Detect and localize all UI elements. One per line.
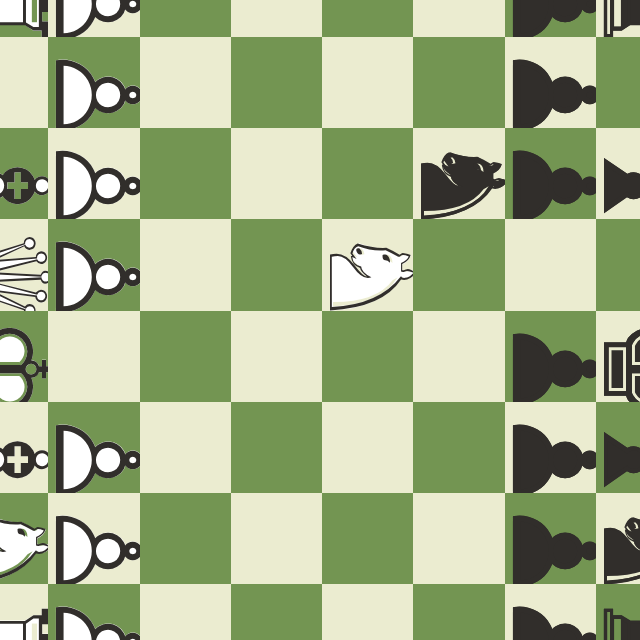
pawn-icon: ♟ (51, 224, 142, 315)
square-c6[interactable]: ♞♘ (413, 128, 504, 219)
square-d7[interactable] (505, 219, 596, 310)
black-bishop-c8[interactable]: ♝♗ (596, 128, 640, 219)
square-c8[interactable]: ♝♗ (596, 128, 640, 219)
knight-outline-icon: ♘ (599, 498, 640, 589)
square-e1[interactable]: ♚♔ (0, 311, 48, 402)
bishop-outline-icon: ♗ (599, 133, 640, 224)
square-h7[interactable]: ♟♙ (505, 584, 596, 640)
square-f3[interactable] (140, 402, 231, 493)
pawn-icon: ♟ (51, 0, 142, 42)
square-d5[interactable]: ♞♘ (322, 219, 413, 310)
square-g3[interactable] (140, 493, 231, 584)
knight-icon: ♞ (416, 133, 507, 224)
pawn-outline-icon: ♙ (508, 498, 599, 589)
pawn-icon: ♟ (51, 42, 142, 133)
king-outline-icon: ♔ (599, 316, 640, 407)
white-pawn-a2[interactable]: ♟♙ (48, 0, 139, 37)
black-rook-a8[interactable]: ♜♖ (596, 0, 640, 37)
square-c4[interactable] (231, 128, 322, 219)
black-king-e8[interactable]: ♚♔ (596, 311, 640, 402)
square-g8[interactable]: ♞♘ (596, 493, 640, 584)
rook-outline-icon: ♖ (0, 0, 51, 42)
pawn-icon: ♟ (508, 498, 599, 589)
square-b1[interactable] (0, 37, 48, 128)
square-e6[interactable] (413, 311, 504, 402)
white-rook-h1[interactable]: ♜♖ (0, 584, 48, 640)
black-pawn-b7[interactable]: ♟♙ (505, 37, 596, 128)
pawn-outline-icon: ♙ (508, 0, 599, 42)
square-b6[interactable] (413, 37, 504, 128)
rook-outline-icon: ♖ (0, 589, 51, 640)
white-pawn-f2[interactable]: ♟♙ (48, 402, 139, 493)
board-viewport: ♜♖♟♙♟♙♜♖♟♙♟♙♝♗♟♙♞♘♟♙♝♗♛♕♟♙♞♘♚♔♟♙♚♔♝♗♟♙♟♙… (0, 0, 640, 640)
king-icon: ♚ (0, 316, 51, 407)
black-pawn-c7[interactable]: ♟♙ (505, 128, 596, 219)
white-pawn-h2[interactable]: ♟♙ (48, 584, 139, 640)
rook-icon: ♜ (599, 0, 640, 42)
square-g2[interactable]: ♟♙ (48, 493, 139, 584)
pawn-icon: ♟ (508, 42, 599, 133)
pawn-outline-icon: ♙ (508, 407, 599, 498)
pawn-outline-icon: ♙ (508, 316, 599, 407)
square-e7[interactable]: ♟♙ (505, 311, 596, 402)
square-b4[interactable] (231, 37, 322, 128)
square-c2[interactable]: ♟♙ (48, 128, 139, 219)
square-d4[interactable] (231, 219, 322, 310)
square-b7[interactable]: ♟♙ (505, 37, 596, 128)
black-knight-g8[interactable]: ♞♘ (596, 493, 640, 584)
pawn-icon: ♟ (508, 316, 599, 407)
square-f8[interactable]: ♝♗ (596, 402, 640, 493)
square-f7[interactable]: ♟♙ (505, 402, 596, 493)
square-h5[interactable] (322, 584, 413, 640)
black-rook-h8[interactable]: ♜♖ (596, 584, 640, 640)
square-h1[interactable]: ♜♖ (0, 584, 48, 640)
square-g5[interactable] (322, 493, 413, 584)
square-e8[interactable]: ♚♔ (596, 311, 640, 402)
pawn-outline-icon: ♙ (51, 224, 142, 315)
pawn-outline-icon: ♙ (508, 133, 599, 224)
black-knight-c6[interactable]: ♞♘ (413, 128, 504, 219)
rook-icon: ♜ (0, 589, 51, 640)
square-c5[interactable] (322, 128, 413, 219)
pawn-outline-icon: ♙ (51, 42, 142, 133)
square-h4[interactable] (231, 584, 322, 640)
square-a4[interactable] (231, 0, 322, 37)
square-g6[interactable] (413, 493, 504, 584)
bishop-icon: ♝ (0, 133, 51, 224)
pawn-outline-icon: ♙ (508, 589, 599, 640)
square-a8[interactable]: ♜♖ (596, 0, 640, 37)
square-b3[interactable] (140, 37, 231, 128)
square-d6[interactable] (413, 219, 504, 310)
square-a3[interactable] (140, 0, 231, 37)
square-d3[interactable] (140, 219, 231, 310)
knight-icon: ♞ (0, 498, 51, 589)
black-pawn-f7[interactable]: ♟♙ (505, 402, 596, 493)
square-a2[interactable]: ♟♙ (48, 0, 139, 37)
queen-icon: ♛ (0, 224, 51, 315)
pawn-icon: ♟ (508, 0, 599, 42)
square-f5[interactable] (322, 402, 413, 493)
square-e4[interactable] (231, 311, 322, 402)
square-a7[interactable]: ♟♙ (505, 0, 596, 37)
rook-icon: ♜ (0, 0, 51, 42)
bishop-icon: ♝ (599, 133, 640, 224)
chess-board: ♜♖♟♙♟♙♜♖♟♙♟♙♝♗♟♙♞♘♟♙♝♗♛♕♟♙♞♘♚♔♟♙♚♔♝♗♟♙♟♙… (0, 0, 640, 640)
black-bishop-f8[interactable]: ♝♗ (596, 402, 640, 493)
white-knight-d5[interactable]: ♞♘ (322, 219, 413, 310)
pawn-outline-icon: ♙ (51, 589, 142, 640)
bishop-outline-icon: ♗ (599, 407, 640, 498)
square-f6[interactable] (413, 402, 504, 493)
bishop-icon: ♝ (599, 407, 640, 498)
square-h8[interactable]: ♜♖ (596, 584, 640, 640)
pawn-icon: ♟ (508, 407, 599, 498)
square-d8[interactable] (596, 219, 640, 310)
square-a6[interactable] (413, 0, 504, 37)
white-queen-d1[interactable]: ♛♕ (0, 219, 48, 310)
white-rook-a1[interactable]: ♜♖ (0, 0, 48, 37)
white-king-e1[interactable]: ♚♔ (0, 311, 48, 402)
pawn-icon: ♟ (51, 498, 142, 589)
knight-icon: ♞ (599, 498, 640, 589)
white-bishop-c1[interactable]: ♝♗ (0, 128, 48, 219)
pawn-outline-icon: ♙ (508, 42, 599, 133)
square-g1[interactable]: ♞♘ (0, 493, 48, 584)
pawn-outline-icon: ♙ (51, 133, 142, 224)
bishop-icon: ♝ (0, 407, 51, 498)
square-d1[interactable]: ♛♕ (0, 219, 48, 310)
square-g4[interactable] (231, 493, 322, 584)
king-icon: ♚ (599, 316, 640, 407)
square-c7[interactable]: ♟♙ (505, 128, 596, 219)
pawn-icon: ♟ (51, 133, 142, 224)
square-a5[interactable] (322, 0, 413, 37)
square-b2[interactable]: ♟♙ (48, 37, 139, 128)
bishop-outline-icon: ♗ (0, 407, 51, 498)
square-h2[interactable]: ♟♙ (48, 584, 139, 640)
square-b8[interactable] (596, 37, 640, 128)
square-f4[interactable] (231, 402, 322, 493)
black-pawn-a7[interactable]: ♟♙ (505, 0, 596, 37)
square-h3[interactable] (140, 584, 231, 640)
pawn-icon: ♟ (508, 589, 599, 640)
queen-outline-icon: ♕ (0, 224, 51, 315)
white-pawn-b2[interactable]: ♟♙ (48, 37, 139, 128)
pawn-outline-icon: ♙ (51, 498, 142, 589)
rook-outline-icon: ♖ (599, 0, 640, 42)
white-pawn-d2[interactable]: ♟♙ (48, 219, 139, 310)
bishop-outline-icon: ♗ (0, 133, 51, 224)
knight-outline-icon: ♘ (0, 498, 51, 589)
white-knight-g1[interactable]: ♞♘ (0, 493, 48, 584)
pawn-icon: ♟ (51, 407, 142, 498)
rook-icon: ♜ (599, 589, 640, 640)
square-g7[interactable]: ♟♙ (505, 493, 596, 584)
white-pawn-c2[interactable]: ♟♙ (48, 128, 139, 219)
king-outline-icon: ♔ (0, 316, 51, 407)
square-e5[interactable] (322, 311, 413, 402)
black-pawn-g7[interactable]: ♟♙ (505, 493, 596, 584)
pawn-icon: ♟ (51, 589, 142, 640)
white-bishop-f1[interactable]: ♝♗ (0, 402, 48, 493)
square-b5[interactable] (322, 37, 413, 128)
knight-outline-icon: ♘ (416, 133, 507, 224)
square-e2[interactable] (48, 311, 139, 402)
square-h6[interactable] (413, 584, 504, 640)
pawn-outline-icon: ♙ (51, 0, 142, 42)
square-f2[interactable]: ♟♙ (48, 402, 139, 493)
rook-outline-icon: ♖ (599, 589, 640, 640)
knight-outline-icon: ♘ (325, 224, 416, 315)
knight-icon: ♞ (325, 224, 416, 315)
black-pawn-e7[interactable]: ♟♙ (505, 311, 596, 402)
white-pawn-g2[interactable]: ♟♙ (48, 493, 139, 584)
square-d2[interactable]: ♟♙ (48, 219, 139, 310)
square-c3[interactable] (140, 128, 231, 219)
pawn-icon: ♟ (508, 133, 599, 224)
square-f1[interactable]: ♝♗ (0, 402, 48, 493)
square-a1[interactable]: ♜♖ (0, 0, 48, 37)
square-c1[interactable]: ♝♗ (0, 128, 48, 219)
black-pawn-h7[interactable]: ♟♙ (505, 584, 596, 640)
pawn-outline-icon: ♙ (51, 407, 142, 498)
square-e3[interactable] (140, 311, 231, 402)
